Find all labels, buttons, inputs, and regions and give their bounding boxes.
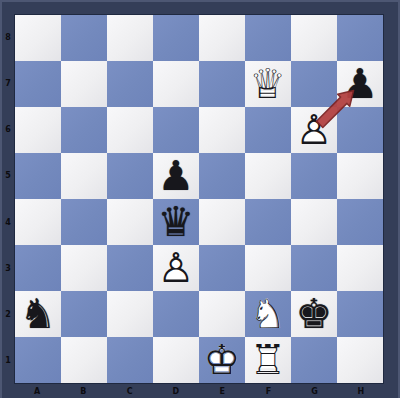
square-d1[interactable] xyxy=(153,337,199,383)
piece-outline-layer: ♘ xyxy=(245,291,291,337)
file-labels: a b c d e f g h xyxy=(14,385,384,398)
square-e7[interactable] xyxy=(199,61,245,107)
square-f4[interactable] xyxy=(245,199,291,245)
rank-label-3: 3 xyxy=(2,245,14,291)
square-f8[interactable] xyxy=(245,15,291,61)
square-d4[interactable]: ♛ xyxy=(153,199,199,245)
square-g2[interactable]: ♚ xyxy=(291,291,337,337)
square-a5[interactable] xyxy=(15,153,61,199)
square-a8[interactable] xyxy=(15,15,61,61)
square-h5[interactable] xyxy=(337,153,383,199)
square-d5[interactable]: ♟ xyxy=(153,153,199,199)
square-b1[interactable] xyxy=(61,337,107,383)
piece-black-knight[interactable]: ♞ xyxy=(15,291,61,337)
square-f7[interactable]: ♛♕ xyxy=(245,61,291,107)
piece-glyph: ♚ xyxy=(291,291,337,337)
square-d2[interactable] xyxy=(153,291,199,337)
square-a3[interactable] xyxy=(15,245,61,291)
piece-outline-layer: ♙ xyxy=(153,245,199,291)
rank-label-8: 8 xyxy=(2,14,14,60)
square-g8[interactable] xyxy=(291,15,337,61)
piece-fill-layer: ♞ xyxy=(245,291,291,337)
square-h2[interactable] xyxy=(337,291,383,337)
square-b2[interactable] xyxy=(61,291,107,337)
square-e5[interactable] xyxy=(199,153,245,199)
square-c3[interactable] xyxy=(107,245,153,291)
rank-label-2: 2 xyxy=(2,292,14,338)
piece-fill-layer: ♟ xyxy=(153,245,199,291)
square-g3[interactable] xyxy=(291,245,337,291)
file-label-f: f xyxy=(245,385,291,398)
square-h1[interactable] xyxy=(337,337,383,383)
piece-white-pawn[interactable]: ♟♙ xyxy=(153,245,199,291)
square-f6[interactable] xyxy=(245,107,291,153)
piece-fill-layer: ♚ xyxy=(199,337,245,383)
piece-outline-layer: ♔ xyxy=(199,337,245,383)
square-b3[interactable] xyxy=(61,245,107,291)
square-b7[interactable] xyxy=(61,61,107,107)
square-c7[interactable] xyxy=(107,61,153,107)
square-e2[interactable] xyxy=(199,291,245,337)
piece-black-pawn[interactable]: ♟ xyxy=(153,153,199,199)
square-a2[interactable]: ♞ xyxy=(15,291,61,337)
file-label-h: h xyxy=(338,385,384,398)
square-c2[interactable] xyxy=(107,291,153,337)
square-e8[interactable] xyxy=(199,15,245,61)
rank-label-7: 7 xyxy=(2,60,14,106)
square-d3[interactable]: ♟♙ xyxy=(153,245,199,291)
piece-fill-layer: ♟ xyxy=(291,107,337,153)
file-label-c: c xyxy=(107,385,153,398)
square-b5[interactable] xyxy=(61,153,107,199)
square-e6[interactable] xyxy=(199,107,245,153)
rank-label-1: 1 xyxy=(2,338,14,384)
file-label-a: a xyxy=(14,385,60,398)
square-g6[interactable]: ♟♙ xyxy=(291,107,337,153)
piece-white-king[interactable]: ♚♔ xyxy=(199,337,245,383)
piece-black-pawn[interactable]: ♟ xyxy=(337,61,383,107)
chess-board: ♛♕♟♟♙♟♛♟♙♞♞♘♚♚♔♜♖ xyxy=(14,14,384,384)
square-h7[interactable]: ♟ xyxy=(337,61,383,107)
square-c1[interactable] xyxy=(107,337,153,383)
piece-white-queen[interactable]: ♛♕ xyxy=(245,61,291,107)
square-b6[interactable] xyxy=(61,107,107,153)
square-d8[interactable] xyxy=(153,15,199,61)
square-c5[interactable] xyxy=(107,153,153,199)
square-e3[interactable] xyxy=(199,245,245,291)
piece-glyph: ♟ xyxy=(337,61,383,107)
square-f1[interactable]: ♜♖ xyxy=(245,337,291,383)
square-c6[interactable] xyxy=(107,107,153,153)
piece-white-knight[interactable]: ♞♘ xyxy=(245,291,291,337)
square-e1[interactable]: ♚♔ xyxy=(199,337,245,383)
square-f2[interactable]: ♞♘ xyxy=(245,291,291,337)
square-f5[interactable] xyxy=(245,153,291,199)
square-c4[interactable] xyxy=(107,199,153,245)
square-h8[interactable] xyxy=(337,15,383,61)
square-h3[interactable] xyxy=(337,245,383,291)
square-e4[interactable] xyxy=(199,199,245,245)
rank-label-5: 5 xyxy=(2,153,14,199)
piece-glyph: ♛ xyxy=(153,199,199,245)
square-g7[interactable] xyxy=(291,61,337,107)
square-g1[interactable] xyxy=(291,337,337,383)
rank-labels: 8 7 6 5 4 3 2 1 xyxy=(2,14,14,384)
square-h4[interactable] xyxy=(337,199,383,245)
rank-label-4: 4 xyxy=(2,199,14,245)
square-a6[interactable] xyxy=(15,107,61,153)
piece-glyph: ♞ xyxy=(15,291,61,337)
square-a7[interactable] xyxy=(15,61,61,107)
file-label-d: d xyxy=(153,385,199,398)
square-a4[interactable] xyxy=(15,199,61,245)
piece-outline-layer: ♕ xyxy=(245,61,291,107)
square-f3[interactable] xyxy=(245,245,291,291)
rank-label-6: 6 xyxy=(2,107,14,153)
square-d6[interactable] xyxy=(153,107,199,153)
square-b4[interactable] xyxy=(61,199,107,245)
piece-white-pawn[interactable]: ♟♙ xyxy=(291,107,337,153)
square-g5[interactable] xyxy=(291,153,337,199)
piece-fill-layer: ♜ xyxy=(245,337,291,383)
piece-white-rook[interactable]: ♜♖ xyxy=(245,337,291,383)
square-c8[interactable] xyxy=(107,15,153,61)
piece-glyph: ♟ xyxy=(153,153,199,199)
piece-outline-layer: ♖ xyxy=(245,337,291,383)
chess-diagram: 8 7 6 5 4 3 2 1 ♛♕♟♟♙♟♛♟♙♞♞♘♚♚♔♜♖ a b c … xyxy=(0,0,400,398)
file-label-g: g xyxy=(292,385,338,398)
piece-fill-layer: ♛ xyxy=(245,61,291,107)
square-b8[interactable] xyxy=(61,15,107,61)
piece-black-queen[interactable]: ♛ xyxy=(153,199,199,245)
piece-black-king[interactable]: ♚ xyxy=(291,291,337,337)
file-label-e: e xyxy=(199,385,245,398)
square-a1[interactable] xyxy=(15,337,61,383)
square-g4[interactable] xyxy=(291,199,337,245)
file-label-b: b xyxy=(60,385,106,398)
piece-outline-layer: ♙ xyxy=(291,107,337,153)
square-d7[interactable] xyxy=(153,61,199,107)
square-h6[interactable] xyxy=(337,107,383,153)
